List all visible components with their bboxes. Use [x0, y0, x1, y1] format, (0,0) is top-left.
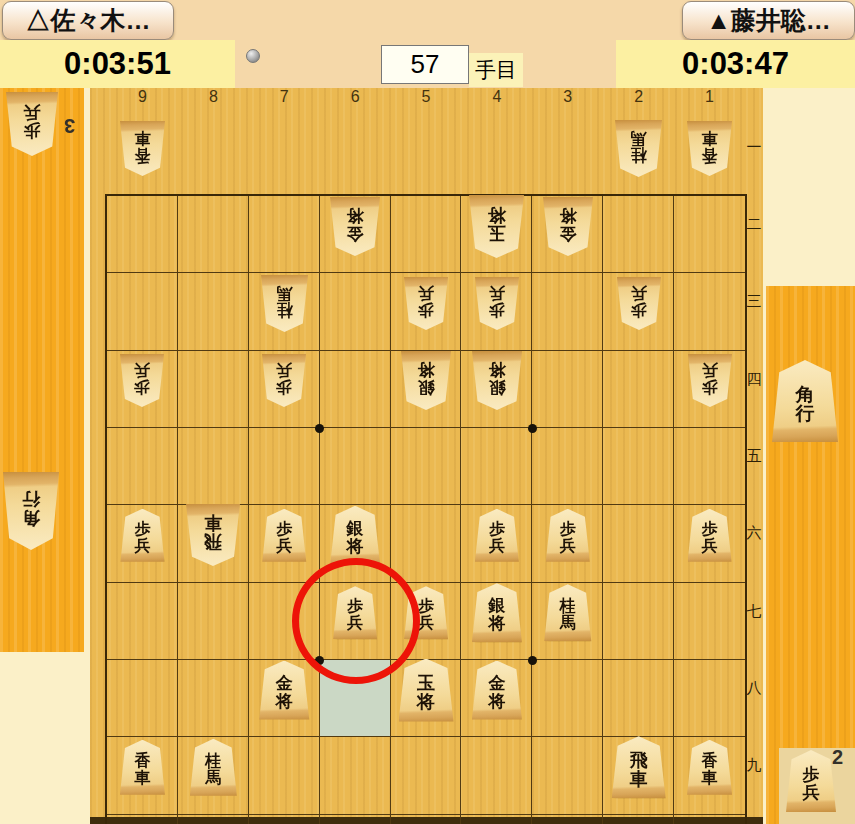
hand-piece-sente-pawn[interactable]: 歩 兵	[786, 750, 836, 812]
square-1-1[interactable]	[674, 196, 745, 273]
piece-sente-lance-99[interactable]: 香 車	[120, 740, 165, 795]
file-label-4: 4	[492, 88, 501, 106]
piece-kanji: 歩 兵	[702, 521, 718, 554]
square-1-7[interactable]	[674, 660, 745, 737]
piece-sente-pawn-96[interactable]: 歩 兵	[120, 509, 164, 562]
square-8-3[interactable]	[178, 351, 249, 428]
piece-kanji: 桂 馬	[560, 598, 576, 631]
square-4-4[interactable]	[461, 428, 532, 505]
piece-sente-gold-48[interactable]: 金 将	[472, 661, 522, 720]
piece-kanji: 歩 兵	[560, 521, 576, 554]
square-3-2[interactable]	[532, 273, 603, 350]
hand-count-gote-pawn: 3	[64, 114, 75, 137]
square-3-3[interactable]	[532, 351, 603, 428]
piece-kanji: 歩 兵	[489, 285, 505, 318]
square-8-1[interactable]	[178, 196, 249, 273]
piece-kanji: 銀 将	[488, 360, 505, 395]
square-2-9[interactable]	[603, 815, 674, 824]
file-label-8: 8	[209, 88, 218, 106]
hand-piece-gote-pawn[interactable]: 歩 兵	[6, 92, 58, 156]
piece-kanji: 銀 将	[418, 360, 435, 395]
piece-kanji: 角 行	[22, 489, 40, 526]
square-3-9[interactable]	[532, 815, 603, 824]
piece-sente-pawn-16[interactable]: 歩 兵	[688, 509, 732, 562]
star-point	[315, 424, 324, 433]
status-dot-icon	[246, 49, 260, 63]
piece-sente-rook-29[interactable]: 飛 車	[612, 736, 666, 798]
piece-kanji: 桂 馬	[205, 753, 221, 786]
piece-kanji: 歩 兵	[418, 285, 434, 318]
clock-row: 0:03:51 57 手目 0:03:47	[0, 40, 855, 88]
piece-sente-pawn-76[interactable]: 歩 兵	[262, 509, 306, 562]
rank-label-8: 八	[747, 679, 762, 698]
player-button-sente[interactable]: ▲藤井聡…	[682, 1, 855, 40]
square-2-3[interactable]	[603, 351, 674, 428]
piece-sente-gold-78[interactable]: 金 将	[259, 661, 309, 720]
square-8-2[interactable]	[178, 273, 249, 350]
square-9-1[interactable]	[107, 196, 178, 273]
hand-piece-gote-bishop[interactable]: 角 行	[3, 472, 59, 550]
piece-gote-pawn-74[interactable]: 歩 兵	[262, 354, 306, 407]
last-move-red-circle	[292, 558, 420, 684]
rank-label-6: 六	[747, 524, 762, 543]
piece-kanji: 桂 馬	[276, 284, 292, 317]
square-3-8[interactable]	[532, 737, 603, 814]
piece-sente-silver-47[interactable]: 銀 将	[472, 583, 522, 642]
piece-gote-gold-62[interactable]: 金 将	[330, 197, 380, 256]
player-name-sente: ▲藤井聡…	[706, 4, 831, 37]
square-2-1[interactable]	[603, 196, 674, 273]
player-button-gote[interactable]: △佐々木…	[2, 1, 174, 40]
square-9-2[interactable]	[107, 273, 178, 350]
square-5-8[interactable]	[391, 737, 462, 814]
square-5-4[interactable]	[391, 428, 462, 505]
square-4-9[interactable]	[461, 815, 532, 824]
square-3-7[interactable]	[532, 660, 603, 737]
move-counter-label: 手目	[469, 53, 523, 87]
piece-kanji: 歩 兵	[702, 362, 718, 395]
star-point	[528, 656, 537, 665]
square-7-9[interactable]	[249, 815, 320, 824]
piece-gote-knight-73[interactable]: 桂 馬	[261, 275, 308, 332]
move-counter-value: 57	[411, 49, 440, 80]
piece-kanji: 香 車	[134, 753, 150, 786]
piece-gote-rook-86[interactable]: 飛 車	[186, 504, 240, 566]
square-7-4[interactable]	[249, 428, 320, 505]
square-4-8[interactable]	[461, 737, 532, 814]
square-5-1[interactable]	[391, 196, 462, 273]
piece-kanji: 金 将	[488, 675, 505, 710]
rank-label-1: 一	[747, 137, 762, 156]
square-5-5[interactable]	[391, 505, 462, 582]
piece-gote-lance-11[interactable]: 香 車	[687, 121, 732, 176]
komadai-gote	[0, 88, 84, 652]
piece-kanji: 歩 兵	[276, 521, 292, 554]
piece-kanji: 歩 兵	[489, 521, 505, 554]
piece-sente-king-58[interactable]: 玉 将	[399, 659, 454, 722]
piece-kanji: 香 車	[134, 130, 150, 163]
piece-kanji: 金 将	[559, 206, 576, 241]
top-bar: △佐々木… ▲藤井聡…	[0, 0, 855, 40]
square-6-9[interactable]	[320, 815, 391, 824]
piece-kanji: 飛 車	[204, 514, 222, 551]
piece-kanji: 香 車	[702, 130, 718, 163]
piece-sente-knight-89[interactable]: 桂 馬	[190, 739, 237, 796]
square-1-6[interactable]	[674, 583, 745, 660]
piece-kanji: 歩 兵	[276, 362, 292, 395]
square-1-9[interactable]	[674, 815, 745, 824]
square-5-9[interactable]	[391, 815, 462, 824]
piece-kanji: 玉 将	[488, 205, 506, 242]
rank-label-2: 二	[747, 215, 762, 234]
piece-sente-lance-19[interactable]: 香 車	[687, 740, 732, 795]
piece-gote-pawn-94[interactable]: 歩 兵	[120, 354, 164, 407]
piece-kanji: 金 将	[347, 206, 364, 241]
piece-gote-gold-32[interactable]: 金 将	[543, 197, 593, 256]
square-7-1[interactable]	[249, 196, 320, 273]
square-9-7[interactable]	[107, 660, 178, 737]
square-1-2[interactable]	[674, 273, 745, 350]
square-8-7[interactable]	[178, 660, 249, 737]
piece-gote-pawn-53[interactable]: 歩 兵	[404, 277, 448, 330]
square-7-8[interactable]	[249, 737, 320, 814]
rank-label-4: 四	[747, 369, 762, 388]
piece-kanji: 歩 兵	[134, 362, 150, 395]
square-6-8[interactable]	[320, 737, 391, 814]
piece-gote-king-42[interactable]: 玉 将	[469, 195, 524, 258]
hand-count-sente-pawn: 2	[832, 746, 843, 769]
square-6-3[interactable]	[320, 351, 391, 428]
file-label-1: 1	[705, 88, 714, 106]
piece-kanji: 銀 将	[347, 520, 364, 555]
piece-kanji: 銀 将	[488, 597, 505, 632]
file-label-9: 9	[138, 88, 147, 106]
square-1-4[interactable]	[674, 428, 745, 505]
square-9-9[interactable]	[107, 815, 178, 824]
piece-kanji: 飛 車	[630, 751, 648, 788]
piece-kanji: 歩 兵	[631, 285, 647, 318]
square-6-2[interactable]	[320, 273, 391, 350]
rank-label-9: 九	[747, 756, 762, 775]
main-area: 987654321一二三四五六七八九 香 車桂 馬香 車金 将玉 将金 将桂 馬…	[0, 88, 855, 824]
piece-gote-silver-44[interactable]: 銀 将	[472, 351, 522, 410]
star-point	[528, 424, 537, 433]
piece-gote-lance-91[interactable]: 香 車	[120, 121, 165, 176]
piece-kanji: 歩 兵	[134, 521, 150, 554]
square-8-9[interactable]	[178, 815, 249, 824]
piece-kanji: 香 車	[702, 753, 718, 786]
file-label-7: 7	[280, 88, 289, 106]
rank-label-5: 五	[747, 447, 762, 466]
square-9-6[interactable]	[107, 583, 178, 660]
clock-gote-time: 0:03:51	[64, 46, 171, 82]
piece-sente-pawn-36[interactable]: 歩 兵	[546, 509, 590, 562]
piece-gote-knight-21[interactable]: 桂 馬	[615, 120, 662, 177]
piece-kanji: 歩 兵	[24, 104, 41, 139]
square-2-6[interactable]	[603, 583, 674, 660]
square-6-4[interactable]	[320, 428, 391, 505]
piece-sente-silver-66[interactable]: 銀 将	[330, 506, 380, 565]
file-label-6: 6	[351, 88, 360, 106]
piece-kanji: 角 行	[796, 385, 815, 425]
piece-kanji: 歩 兵	[803, 766, 820, 801]
piece-gote-silver-54[interactable]: 銀 将	[401, 351, 451, 410]
square-8-4[interactable]	[178, 428, 249, 505]
piece-gote-pawn-23[interactable]: 歩 兵	[617, 277, 661, 330]
player-name-gote: △佐々木…	[26, 4, 151, 37]
piece-gote-pawn-43[interactable]: 歩 兵	[475, 277, 519, 330]
piece-kanji: 金 将	[276, 675, 293, 710]
hand-piece-sente-bishop[interactable]: 角 行	[772, 360, 838, 442]
rank-label-3: 三	[747, 292, 762, 311]
piece-sente-pawn-46[interactable]: 歩 兵	[475, 509, 519, 562]
file-label-3: 3	[563, 88, 572, 106]
file-label-2: 2	[634, 88, 643, 106]
shogi-app: △佐々木… ▲藤井聡… 0:03:51 57 手目 0:03:47 987654…	[0, 0, 855, 824]
piece-kanji: 桂 馬	[631, 130, 647, 163]
clock-sente: 0:03:47	[616, 40, 855, 88]
clock-sente-time: 0:03:47	[682, 46, 789, 82]
rank-label-7: 七	[747, 601, 762, 620]
piece-kanji: 歩 兵	[418, 598, 434, 631]
move-counter-box[interactable]: 57	[381, 45, 469, 84]
square-8-6[interactable]	[178, 583, 249, 660]
square-3-4[interactable]	[532, 428, 603, 505]
square-9-4[interactable]	[107, 428, 178, 505]
square-2-5[interactable]	[603, 505, 674, 582]
square-2-4[interactable]	[603, 428, 674, 505]
piece-gote-pawn-14[interactable]: 歩 兵	[688, 354, 732, 407]
piece-sente-knight-37[interactable]: 桂 馬	[544, 584, 591, 641]
clock-gote: 0:03:51	[0, 40, 235, 88]
square-2-7[interactable]	[603, 660, 674, 737]
file-label-5: 5	[422, 88, 431, 106]
piece-kanji: 玉 将	[417, 674, 435, 711]
